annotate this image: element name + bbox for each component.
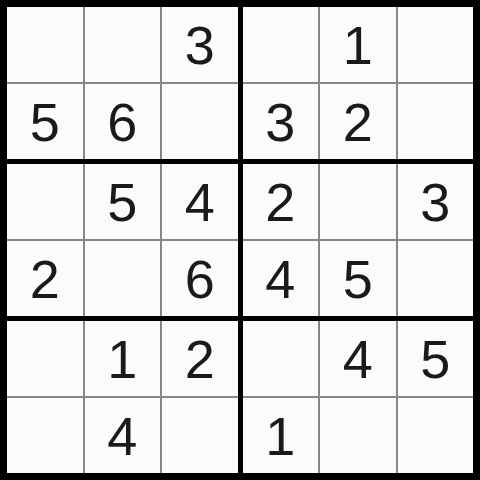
box-r1c1: 356	[7, 7, 238, 159]
cell-r3c1[interactable]	[7, 164, 83, 239]
box-r3c1: 124	[7, 321, 238, 473]
sudoku-grid: 35613254262345124451	[7, 7, 473, 473]
cell-r5c4[interactable]	[243, 321, 319, 396]
cell-r1c4[interactable]	[243, 7, 319, 82]
cell-r5c3[interactable]: 2	[162, 321, 238, 396]
cell-r5c2[interactable]: 1	[85, 321, 161, 396]
cell-r6c2[interactable]: 4	[85, 398, 161, 473]
cell-r1c6[interactable]	[398, 7, 474, 82]
cell-r4c3[interactable]: 6	[162, 241, 238, 316]
box-r1c2: 132	[243, 7, 474, 159]
cell-r4c6[interactable]	[398, 241, 474, 316]
cell-r2c3[interactable]	[162, 84, 238, 159]
cell-r4c5[interactable]: 5	[320, 241, 396, 316]
box-r2c2: 2345	[243, 164, 474, 316]
cell-r3c3[interactable]: 4	[162, 164, 238, 239]
cell-r6c6[interactable]	[398, 398, 474, 473]
cell-r5c5[interactable]: 4	[320, 321, 396, 396]
cell-r6c4[interactable]: 1	[243, 398, 319, 473]
cell-r2c6[interactable]	[398, 84, 474, 159]
cell-r6c1[interactable]	[7, 398, 83, 473]
box-r2c1: 5426	[7, 164, 238, 316]
cell-r3c4[interactable]: 2	[243, 164, 319, 239]
cell-r2c5[interactable]: 2	[320, 84, 396, 159]
cell-r6c5[interactable]	[320, 398, 396, 473]
cell-r5c1[interactable]	[7, 321, 83, 396]
cell-r3c6[interactable]: 3	[398, 164, 474, 239]
cell-r1c3[interactable]: 3	[162, 7, 238, 82]
cell-r6c3[interactable]	[162, 398, 238, 473]
cell-r2c4[interactable]: 3	[243, 84, 319, 159]
cell-r4c1[interactable]: 2	[7, 241, 83, 316]
cell-r4c2[interactable]	[85, 241, 161, 316]
cell-r4c4[interactable]: 4	[243, 241, 319, 316]
cell-r2c2[interactable]: 6	[85, 84, 161, 159]
cell-r2c1[interactable]: 5	[7, 84, 83, 159]
cell-r1c5[interactable]: 1	[320, 7, 396, 82]
cell-r3c5[interactable]	[320, 164, 396, 239]
cell-r3c2[interactable]: 5	[85, 164, 161, 239]
cell-r5c6[interactable]: 5	[398, 321, 474, 396]
box-r3c2: 451	[243, 321, 474, 473]
sudoku-board: 35613254262345124451	[0, 0, 480, 480]
cell-r1c1[interactable]	[7, 7, 83, 82]
cell-r1c2[interactable]	[85, 7, 161, 82]
